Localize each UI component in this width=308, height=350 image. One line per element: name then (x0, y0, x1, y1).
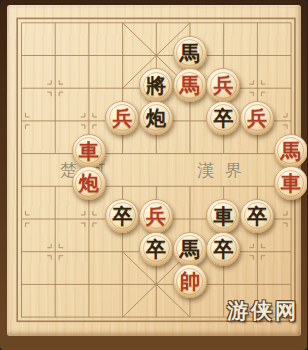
piece-black-soldier[interactable]: 卒 (139, 232, 173, 266)
piece-glyph: 卒 (112, 206, 132, 226)
piece-glyph: 車 (281, 173, 301, 193)
piece-glyph: 帥 (180, 271, 200, 291)
piece-glyph: 兵 (213, 75, 233, 95)
piece-glyph: 馬 (180, 239, 200, 259)
piece-red-soldier[interactable]: 兵 (105, 101, 139, 135)
piece-red-soldier[interactable]: 兵 (240, 101, 274, 135)
piece-red-horse[interactable]: 馬 (274, 134, 307, 168)
piece-red-chariot[interactable]: 車 (72, 134, 106, 168)
piece-glyph: 馬 (180, 75, 200, 95)
piece-red-soldier[interactable]: 兵 (206, 68, 240, 102)
piece-glyph: 馬 (180, 43, 200, 63)
piece-glyph: 將 (146, 75, 166, 95)
piece-black-horse[interactable]: 馬 (173, 36, 207, 70)
piece-black-soldier[interactable]: 卒 (105, 199, 139, 233)
piece-black-soldier[interactable]: 卒 (206, 101, 240, 135)
piece-glyph: 馬 (281, 141, 301, 161)
piece-black-horse[interactable]: 馬 (173, 232, 207, 266)
piece-glyph: 卒 (213, 239, 233, 259)
piece-glyph: 車 (213, 206, 233, 226)
piece-black-chariot[interactable]: 車 (206, 199, 240, 233)
piece-red-chariot[interactable]: 車 (274, 166, 307, 200)
piece-black-general[interactable]: 將 (139, 68, 173, 102)
piece-red-cannon[interactable]: 炮 (72, 166, 106, 200)
piece-red-general[interactable]: 帥 (173, 264, 207, 298)
piece-black-soldier[interactable]: 卒 (206, 232, 240, 266)
piece-glyph: 炮 (79, 173, 99, 193)
piece-red-soldier[interactable]: 兵 (139, 199, 173, 233)
piece-layer[interactable]: 馬將馬兵兵炮卒兵車馬炮車卒兵車卒卒馬卒帥 (5, 7, 308, 334)
xiangqi-game-screen: 楚河 漢界 馬將馬兵兵炮卒兵車馬炮車卒兵車卒卒馬卒帥 游侠网 (0, 0, 307, 350)
piece-glyph: 卒 (247, 206, 267, 226)
piece-glyph: 車 (79, 141, 99, 161)
watermark-logo: 游侠网 (227, 298, 299, 324)
piece-black-soldier[interactable]: 卒 (240, 199, 274, 233)
piece-glyph: 炮 (146, 108, 166, 128)
piece-black-cannon[interactable]: 炮 (139, 101, 173, 135)
piece-glyph: 兵 (146, 206, 166, 226)
piece-red-horse[interactable]: 馬 (173, 68, 207, 102)
piece-glyph: 卒 (146, 239, 166, 259)
piece-glyph: 兵 (112, 108, 132, 128)
piece-glyph: 兵 (247, 108, 267, 128)
piece-glyph: 卒 (213, 108, 233, 128)
